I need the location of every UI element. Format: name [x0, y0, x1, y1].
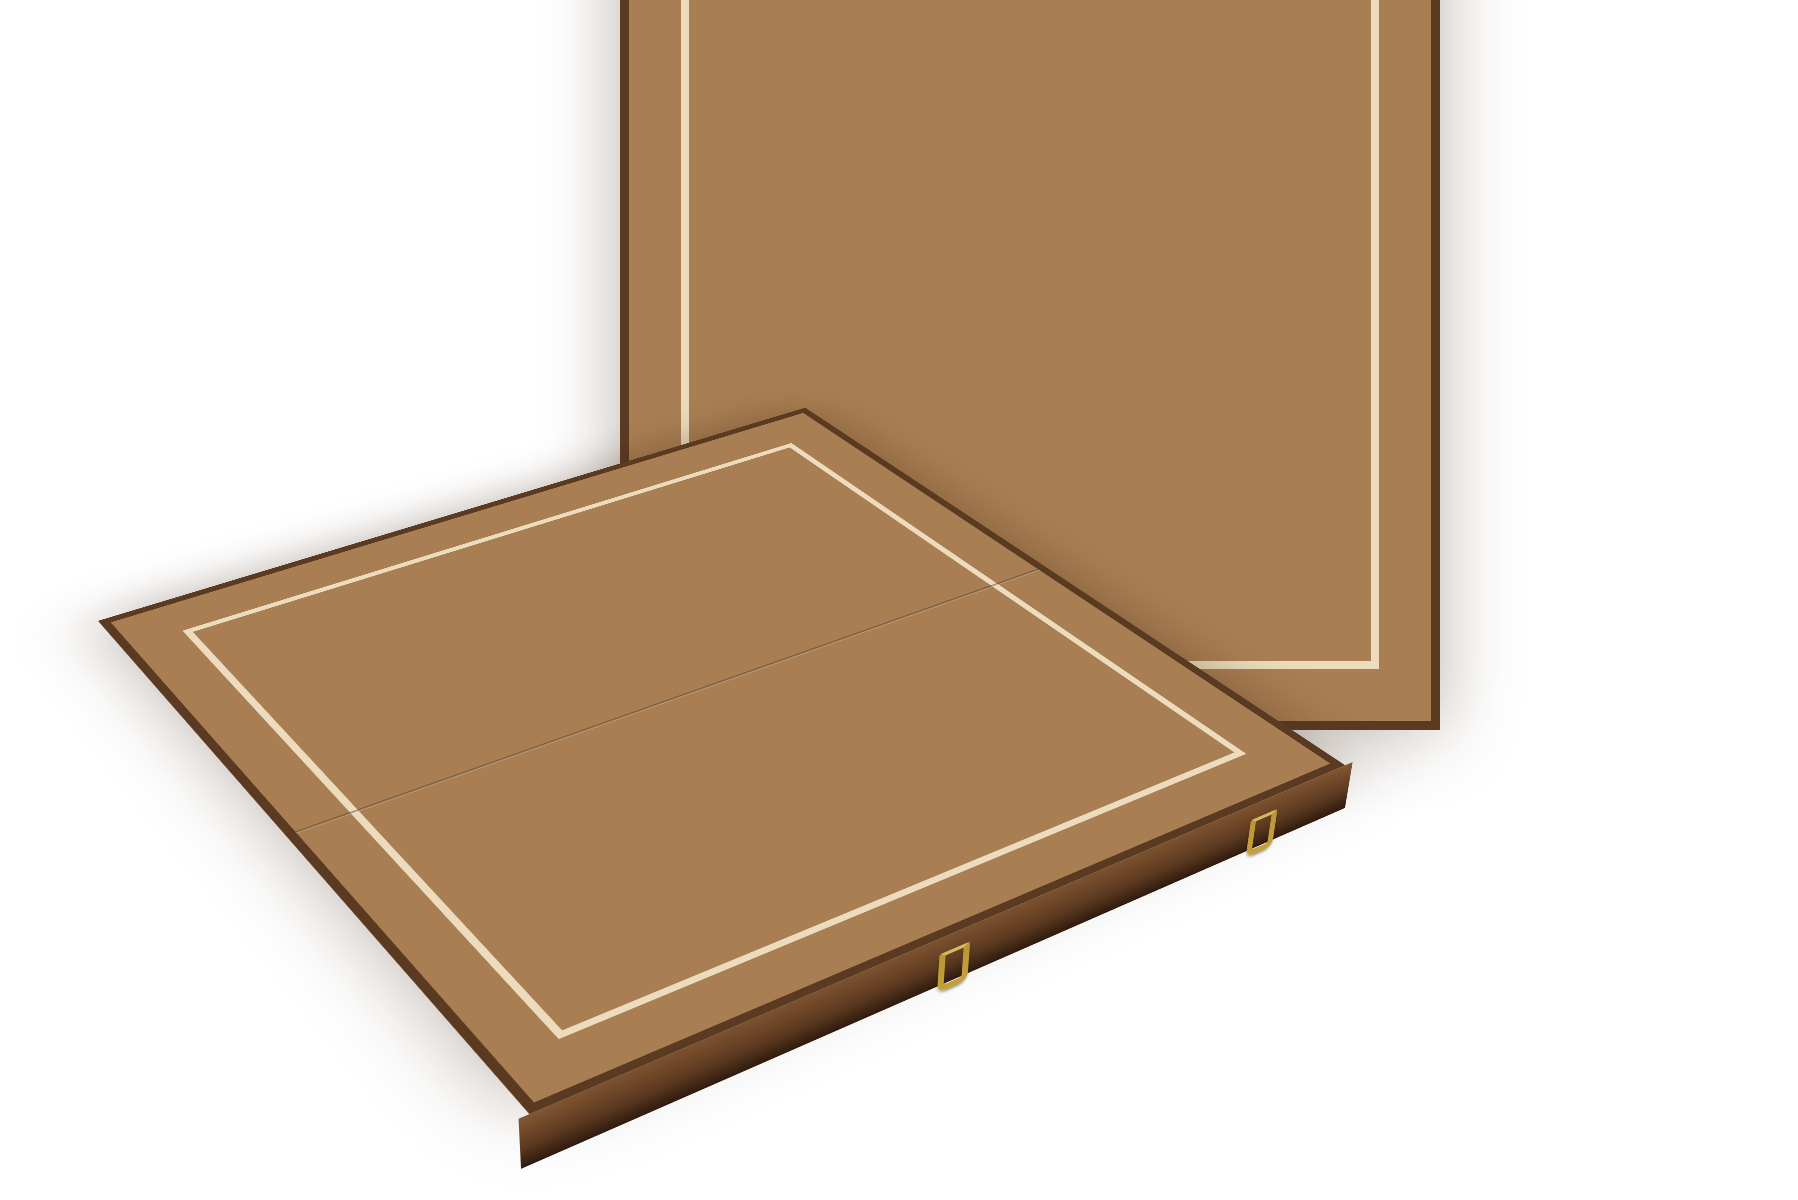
product-photo-stage: { "game": "chess", "position": "r7/2bk4/…: [0, 0, 1798, 1200]
brass-clasp-hook: [937, 941, 970, 993]
brass-clasp-hook: [1246, 809, 1278, 858]
